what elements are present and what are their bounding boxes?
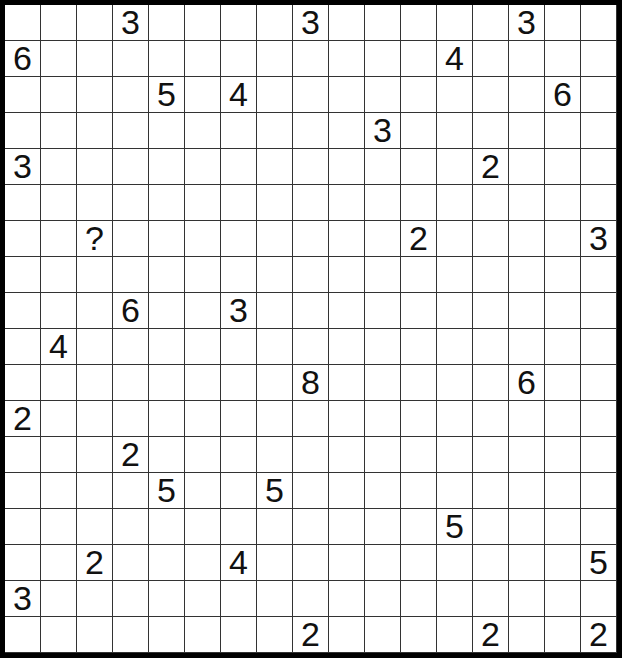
cell-r2c13[interactable]: 4: [437, 41, 473, 77]
cell-r14c3[interactable]: [77, 473, 113, 509]
cell-r13c6[interactable]: [185, 437, 221, 473]
cell-r14c10[interactable]: [329, 473, 365, 509]
cell-r3c10[interactable]: [329, 77, 365, 113]
cell-r11c7[interactable]: [221, 365, 257, 401]
cell-r16c9[interactable]: [293, 545, 329, 581]
cell-r10c7[interactable]: [221, 329, 257, 365]
cell-r4c5[interactable]: [149, 113, 185, 149]
cell-r18c11[interactable]: [365, 617, 401, 653]
cell-r9c12[interactable]: [401, 293, 437, 329]
cell-r5c4[interactable]: [113, 149, 149, 185]
cell-r4c11[interactable]: 3: [365, 113, 401, 149]
cell-r14c6[interactable]: [185, 473, 221, 509]
cell-r10c4[interactable]: [113, 329, 149, 365]
cell-r12c8[interactable]: [257, 401, 293, 437]
cell-r2c2[interactable]: [41, 41, 77, 77]
cell-r2c8[interactable]: [257, 41, 293, 77]
cell-r12c13[interactable]: [437, 401, 473, 437]
cell-r6c17[interactable]: [581, 185, 617, 221]
cell-r4c1[interactable]: [5, 113, 41, 149]
cell-r16c13[interactable]: [437, 545, 473, 581]
cell-r2c15[interactable]: [509, 41, 545, 77]
cell-r10c3[interactable]: [77, 329, 113, 365]
cell-r7c9[interactable]: [293, 221, 329, 257]
cell-r8c9[interactable]: [293, 257, 329, 293]
cell-r18c14[interactable]: 2: [473, 617, 509, 653]
cell-r6c5[interactable]: [149, 185, 185, 221]
cell-r13c11[interactable]: [365, 437, 401, 473]
cell-r1c10[interactable]: [329, 5, 365, 41]
cell-r8c4[interactable]: [113, 257, 149, 293]
cell-r8c12[interactable]: [401, 257, 437, 293]
cell-r17c1[interactable]: 3: [5, 581, 41, 617]
cell-r15c13[interactable]: 5: [437, 509, 473, 545]
cell-r15c10[interactable]: [329, 509, 365, 545]
cell-r9c8[interactable]: [257, 293, 293, 329]
cell-r4c4[interactable]: [113, 113, 149, 149]
cell-r5c1[interactable]: 3: [5, 149, 41, 185]
cell-r1c12[interactable]: [401, 5, 437, 41]
cell-r7c5[interactable]: [149, 221, 185, 257]
cell-r18c1[interactable]: [5, 617, 41, 653]
cell-r1c2[interactable]: [41, 5, 77, 41]
cell-r17c12[interactable]: [401, 581, 437, 617]
cell-r10c2[interactable]: 4: [41, 329, 77, 365]
cell-r15c17[interactable]: [581, 509, 617, 545]
cell-r9c17[interactable]: [581, 293, 617, 329]
cell-r1c5[interactable]: [149, 5, 185, 41]
cell-r11c2[interactable]: [41, 365, 77, 401]
cell-r11c8[interactable]: [257, 365, 293, 401]
cell-r3c15[interactable]: [509, 77, 545, 113]
cell-r17c9[interactable]: [293, 581, 329, 617]
cell-r9c15[interactable]: [509, 293, 545, 329]
cell-r5c14[interactable]: 2: [473, 149, 509, 185]
cell-r14c4[interactable]: [113, 473, 149, 509]
cell-r11c17[interactable]: [581, 365, 617, 401]
cell-r16c5[interactable]: [149, 545, 185, 581]
cell-r4c10[interactable]: [329, 113, 365, 149]
cell-r15c3[interactable]: [77, 509, 113, 545]
cell-r18c5[interactable]: [149, 617, 185, 653]
cell-r14c9[interactable]: [293, 473, 329, 509]
cell-r18c13[interactable]: [437, 617, 473, 653]
cell-r2c10[interactable]: [329, 41, 365, 77]
cell-r7c15[interactable]: [509, 221, 545, 257]
cell-r10c10[interactable]: [329, 329, 365, 365]
cell-r9c3[interactable]: [77, 293, 113, 329]
cell-r1c11[interactable]: [365, 5, 401, 41]
cell-r7c3[interactable]: ?: [77, 221, 113, 257]
cell-r2c3[interactable]: [77, 41, 113, 77]
cell-r8c16[interactable]: [545, 257, 581, 293]
cell-r14c7[interactable]: [221, 473, 257, 509]
cell-r8c13[interactable]: [437, 257, 473, 293]
cell-r18c10[interactable]: [329, 617, 365, 653]
cell-r6c7[interactable]: [221, 185, 257, 221]
cell-r2c5[interactable]: [149, 41, 185, 77]
cell-r17c7[interactable]: [221, 581, 257, 617]
cell-r4c8[interactable]: [257, 113, 293, 149]
cell-r10c13[interactable]: [437, 329, 473, 365]
cell-r8c5[interactable]: [149, 257, 185, 293]
cell-r15c12[interactable]: [401, 509, 437, 545]
cell-r15c6[interactable]: [185, 509, 221, 545]
cell-r5c11[interactable]: [365, 149, 401, 185]
cell-r9c7[interactable]: 3: [221, 293, 257, 329]
cell-r16c6[interactable]: [185, 545, 221, 581]
cell-r12c9[interactable]: [293, 401, 329, 437]
cell-r4c12[interactable]: [401, 113, 437, 149]
cell-r4c3[interactable]: [77, 113, 113, 149]
cell-r6c15[interactable]: [509, 185, 545, 221]
cell-r7c16[interactable]: [545, 221, 581, 257]
cell-r3c5[interactable]: 5: [149, 77, 185, 113]
cell-r1c6[interactable]: [185, 5, 221, 41]
cell-r8c14[interactable]: [473, 257, 509, 293]
cell-r16c17[interactable]: 5: [581, 545, 617, 581]
cell-r17c15[interactable]: [509, 581, 545, 617]
cell-r3c16[interactable]: 6: [545, 77, 581, 113]
cell-r2c7[interactable]: [221, 41, 257, 77]
cell-r13c1[interactable]: [5, 437, 41, 473]
cell-r13c12[interactable]: [401, 437, 437, 473]
cell-r4c14[interactable]: [473, 113, 509, 149]
cell-r7c4[interactable]: [113, 221, 149, 257]
cell-r11c4[interactable]: [113, 365, 149, 401]
cell-r12c12[interactable]: [401, 401, 437, 437]
cell-r2c17[interactable]: [581, 41, 617, 77]
cell-r15c1[interactable]: [5, 509, 41, 545]
cell-r9c14[interactable]: [473, 293, 509, 329]
cell-r12c6[interactable]: [185, 401, 221, 437]
cell-r16c11[interactable]: [365, 545, 401, 581]
cell-r18c6[interactable]: [185, 617, 221, 653]
cell-r13c4[interactable]: 2: [113, 437, 149, 473]
cell-r16c7[interactable]: 4: [221, 545, 257, 581]
cell-r10c12[interactable]: [401, 329, 437, 365]
cell-r1c1[interactable]: [5, 5, 41, 41]
cell-r13c10[interactable]: [329, 437, 365, 473]
cell-r14c11[interactable]: [365, 473, 401, 509]
cell-r14c1[interactable]: [5, 473, 41, 509]
cell-r12c3[interactable]: [77, 401, 113, 437]
cell-r15c11[interactable]: [365, 509, 401, 545]
cell-r17c10[interactable]: [329, 581, 365, 617]
cell-r2c9[interactable]: [293, 41, 329, 77]
cell-r8c1[interactable]: [5, 257, 41, 293]
cell-r8c3[interactable]: [77, 257, 113, 293]
cell-r2c6[interactable]: [185, 41, 221, 77]
cell-r18c9[interactable]: 2: [293, 617, 329, 653]
cell-r6c2[interactable]: [41, 185, 77, 221]
cell-r14c16[interactable]: [545, 473, 581, 509]
cell-r8c6[interactable]: [185, 257, 221, 293]
cell-r12c7[interactable]: [221, 401, 257, 437]
cell-r16c3[interactable]: 2: [77, 545, 113, 581]
cell-r6c8[interactable]: [257, 185, 293, 221]
cell-r13c8[interactable]: [257, 437, 293, 473]
cell-r18c15[interactable]: [509, 617, 545, 653]
cell-r5c7[interactable]: [221, 149, 257, 185]
cell-r3c12[interactable]: [401, 77, 437, 113]
cell-r16c1[interactable]: [5, 545, 41, 581]
cell-r9c2[interactable]: [41, 293, 77, 329]
cell-r5c6[interactable]: [185, 149, 221, 185]
cell-r14c2[interactable]: [41, 473, 77, 509]
cell-r8c10[interactable]: [329, 257, 365, 293]
cell-r18c2[interactable]: [41, 617, 77, 653]
cell-r11c5[interactable]: [149, 365, 185, 401]
cell-r14c8[interactable]: 5: [257, 473, 293, 509]
cell-r3c11[interactable]: [365, 77, 401, 113]
cell-r8c15[interactable]: [509, 257, 545, 293]
cell-r15c14[interactable]: [473, 509, 509, 545]
cell-r15c16[interactable]: [545, 509, 581, 545]
cell-r2c12[interactable]: [401, 41, 437, 77]
cell-r6c10[interactable]: [329, 185, 365, 221]
cell-r5c12[interactable]: [401, 149, 437, 185]
cell-r1c9[interactable]: 3: [293, 5, 329, 41]
cell-r1c13[interactable]: [437, 5, 473, 41]
cell-r6c4[interactable]: [113, 185, 149, 221]
cell-r18c7[interactable]: [221, 617, 257, 653]
cell-r17c8[interactable]: [257, 581, 293, 617]
cell-r14c14[interactable]: [473, 473, 509, 509]
cell-r11c14[interactable]: [473, 365, 509, 401]
cell-r18c8[interactable]: [257, 617, 293, 653]
cell-r8c17[interactable]: [581, 257, 617, 293]
cell-r6c11[interactable]: [365, 185, 401, 221]
cell-r11c1[interactable]: [5, 365, 41, 401]
cell-r7c11[interactable]: [365, 221, 401, 257]
cell-r13c14[interactable]: [473, 437, 509, 473]
cell-r5c2[interactable]: [41, 149, 77, 185]
cell-r1c16[interactable]: [545, 5, 581, 41]
cell-r1c3[interactable]: [77, 5, 113, 41]
cell-r13c9[interactable]: [293, 437, 329, 473]
cell-r11c12[interactable]: [401, 365, 437, 401]
cell-r4c17[interactable]: [581, 113, 617, 149]
cell-r16c12[interactable]: [401, 545, 437, 581]
cell-r15c2[interactable]: [41, 509, 77, 545]
cell-r3c3[interactable]: [77, 77, 113, 113]
cell-r5c13[interactable]: [437, 149, 473, 185]
cell-r10c16[interactable]: [545, 329, 581, 365]
cell-r10c6[interactable]: [185, 329, 221, 365]
cell-r15c15[interactable]: [509, 509, 545, 545]
cell-r15c8[interactable]: [257, 509, 293, 545]
cell-r9c4[interactable]: 6: [113, 293, 149, 329]
cell-r11c16[interactable]: [545, 365, 581, 401]
cell-r18c3[interactable]: [77, 617, 113, 653]
cell-r9c9[interactable]: [293, 293, 329, 329]
cell-r4c7[interactable]: [221, 113, 257, 149]
cell-r16c8[interactable]: [257, 545, 293, 581]
cell-r3c8[interactable]: [257, 77, 293, 113]
cell-r15c4[interactable]: [113, 509, 149, 545]
cell-r3c13[interactable]: [437, 77, 473, 113]
cell-r12c4[interactable]: [113, 401, 149, 437]
cell-r5c15[interactable]: [509, 149, 545, 185]
cell-r17c6[interactable]: [185, 581, 221, 617]
cell-r7c17[interactable]: 3: [581, 221, 617, 257]
cell-r6c1[interactable]: [5, 185, 41, 221]
cell-r17c5[interactable]: [149, 581, 185, 617]
cell-r6c6[interactable]: [185, 185, 221, 221]
cell-r16c2[interactable]: [41, 545, 77, 581]
cell-r9c13[interactable]: [437, 293, 473, 329]
cell-r3c17[interactable]: [581, 77, 617, 113]
cell-r4c16[interactable]: [545, 113, 581, 149]
cell-r16c15[interactable]: [509, 545, 545, 581]
cell-r13c3[interactable]: [77, 437, 113, 473]
cell-r18c4[interactable]: [113, 617, 149, 653]
cell-r5c10[interactable]: [329, 149, 365, 185]
cell-r8c11[interactable]: [365, 257, 401, 293]
cell-r3c1[interactable]: [5, 77, 41, 113]
cell-r11c9[interactable]: 8: [293, 365, 329, 401]
cell-r10c17[interactable]: [581, 329, 617, 365]
cell-r17c14[interactable]: [473, 581, 509, 617]
cell-r13c13[interactable]: [437, 437, 473, 473]
cell-r9c1[interactable]: [5, 293, 41, 329]
cell-r10c15[interactable]: [509, 329, 545, 365]
cell-r7c10[interactable]: [329, 221, 365, 257]
cell-r4c9[interactable]: [293, 113, 329, 149]
cell-r18c12[interactable]: [401, 617, 437, 653]
cell-r17c3[interactable]: [77, 581, 113, 617]
cell-r9c11[interactable]: [365, 293, 401, 329]
cell-r8c8[interactable]: [257, 257, 293, 293]
cell-r17c11[interactable]: [365, 581, 401, 617]
cell-r5c9[interactable]: [293, 149, 329, 185]
cell-r7c12[interactable]: 2: [401, 221, 437, 257]
cell-r1c7[interactable]: [221, 5, 257, 41]
cell-r4c2[interactable]: [41, 113, 77, 149]
cell-r17c16[interactable]: [545, 581, 581, 617]
cell-r18c16[interactable]: [545, 617, 581, 653]
cell-r10c5[interactable]: [149, 329, 185, 365]
cell-r1c8[interactable]: [257, 5, 293, 41]
cell-r10c14[interactable]: [473, 329, 509, 365]
cell-r13c5[interactable]: [149, 437, 185, 473]
cell-r17c2[interactable]: [41, 581, 77, 617]
cell-r2c4[interactable]: [113, 41, 149, 77]
cell-r17c17[interactable]: [581, 581, 617, 617]
cell-r12c17[interactable]: [581, 401, 617, 437]
cell-r10c1[interactable]: [5, 329, 41, 365]
cell-r6c14[interactable]: [473, 185, 509, 221]
cell-r11c6[interactable]: [185, 365, 221, 401]
cell-r7c1[interactable]: [5, 221, 41, 257]
cell-r9c6[interactable]: [185, 293, 221, 329]
cell-r11c10[interactable]: [329, 365, 365, 401]
cell-r13c2[interactable]: [41, 437, 77, 473]
cell-r10c9[interactable]: [293, 329, 329, 365]
cell-r15c5[interactable]: [149, 509, 185, 545]
cell-r7c13[interactable]: [437, 221, 473, 257]
cell-r7c6[interactable]: [185, 221, 221, 257]
cell-r12c2[interactable]: [41, 401, 77, 437]
cell-r1c17[interactable]: [581, 5, 617, 41]
cell-r1c4[interactable]: 3: [113, 5, 149, 41]
cell-r15c9[interactable]: [293, 509, 329, 545]
cell-r11c11[interactable]: [365, 365, 401, 401]
cell-r12c5[interactable]: [149, 401, 185, 437]
cell-r16c16[interactable]: [545, 545, 581, 581]
cell-r6c13[interactable]: [437, 185, 473, 221]
cell-r11c13[interactable]: [437, 365, 473, 401]
cell-r4c13[interactable]: [437, 113, 473, 149]
cell-r8c7[interactable]: [221, 257, 257, 293]
cell-r17c4[interactable]: [113, 581, 149, 617]
cell-r4c6[interactable]: [185, 113, 221, 149]
cell-r6c9[interactable]: [293, 185, 329, 221]
cell-r14c5[interactable]: 5: [149, 473, 185, 509]
cell-r7c14[interactable]: [473, 221, 509, 257]
cell-r8c2[interactable]: [41, 257, 77, 293]
cell-r4c15[interactable]: [509, 113, 545, 149]
cell-r17c13[interactable]: [437, 581, 473, 617]
cell-r10c8[interactable]: [257, 329, 293, 365]
cell-r5c5[interactable]: [149, 149, 185, 185]
cell-r7c7[interactable]: [221, 221, 257, 257]
cell-r5c16[interactable]: [545, 149, 581, 185]
cell-r5c17[interactable]: [581, 149, 617, 185]
cell-r9c10[interactable]: [329, 293, 365, 329]
cell-r13c15[interactable]: [509, 437, 545, 473]
cell-r2c11[interactable]: [365, 41, 401, 77]
cell-r10c11[interactable]: [365, 329, 401, 365]
cell-r2c16[interactable]: [545, 41, 581, 77]
cell-r12c1[interactable]: 2: [5, 401, 41, 437]
cell-r2c1[interactable]: 6: [5, 41, 41, 77]
cell-r5c3[interactable]: [77, 149, 113, 185]
cell-r13c7[interactable]: [221, 437, 257, 473]
cell-r15c7[interactable]: [221, 509, 257, 545]
cell-r3c9[interactable]: [293, 77, 329, 113]
cell-r16c14[interactable]: [473, 545, 509, 581]
cell-r2c14[interactable]: [473, 41, 509, 77]
cell-r12c11[interactable]: [365, 401, 401, 437]
cell-r16c10[interactable]: [329, 545, 365, 581]
cell-r14c12[interactable]: [401, 473, 437, 509]
cell-r14c15[interactable]: [509, 473, 545, 509]
cell-r1c14[interactable]: [473, 5, 509, 41]
cell-r3c4[interactable]: [113, 77, 149, 113]
cell-r9c16[interactable]: [545, 293, 581, 329]
cell-r1c15[interactable]: 3: [509, 5, 545, 41]
cell-r3c14[interactable]: [473, 77, 509, 113]
cell-r3c2[interactable]: [41, 77, 77, 113]
cell-r5c8[interactable]: [257, 149, 293, 185]
cell-r12c16[interactable]: [545, 401, 581, 437]
cell-r13c17[interactable]: [581, 437, 617, 473]
cell-r6c3[interactable]: [77, 185, 113, 221]
cell-r12c10[interactable]: [329, 401, 365, 437]
cell-r18c17[interactable]: 2: [581, 617, 617, 653]
cell-r11c3[interactable]: [77, 365, 113, 401]
cell-r14c13[interactable]: [437, 473, 473, 509]
cell-r7c2[interactable]: [41, 221, 77, 257]
cell-r13c16[interactable]: [545, 437, 581, 473]
cell-r3c7[interactable]: 4: [221, 77, 257, 113]
cell-r6c16[interactable]: [545, 185, 581, 221]
cell-r7c8[interactable]: [257, 221, 293, 257]
cell-r3c6[interactable]: [185, 77, 221, 113]
cell-r9c5[interactable]: [149, 293, 185, 329]
